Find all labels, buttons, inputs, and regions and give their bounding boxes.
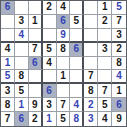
cell-r3c6[interactable] [70,29,84,43]
cell-r5c3[interactable]: 6 [29,57,43,71]
cell-r5c7[interactable] [84,57,98,71]
cell-r4c2[interactable] [15,43,29,57]
cell-r5c1[interactable]: 1 [1,57,15,71]
cell-r7c1[interactable]: 3 [1,84,15,98]
cell-r6c4[interactable] [43,70,57,84]
cell-r4c8[interactable]: 3 [98,43,112,57]
cell-r5c5[interactable] [57,57,71,71]
cell-r7c6[interactable] [70,84,84,98]
cell-r4c6[interactable]: 6 [70,43,84,57]
cell-r8c5[interactable]: 7 [57,98,71,112]
cell-r4c3[interactable]: 7 [29,43,43,57]
cell-r2c6[interactable]: 5 [70,15,84,29]
cell-r4c4[interactable]: 5 [43,43,57,57]
cell-r2c4[interactable] [43,15,57,29]
cell-r2c5[interactable]: 6 [57,15,71,29]
cell-r1c2[interactable] [15,1,29,15]
cell-r7c9[interactable]: 1 [112,84,126,98]
cell-r4c9[interactable]: 2 [112,43,126,57]
cell-r6c3[interactable] [29,70,43,84]
sudoku-board: 6241531652749347586321648581743568718193… [0,0,127,127]
cell-r1c4[interactable]: 2 [43,1,57,15]
cell-r8c6[interactable]: 4 [70,98,84,112]
cell-r2c8[interactable]: 2 [98,15,112,29]
cell-r2c9[interactable]: 7 [112,15,126,29]
cell-r9c9[interactable]: 9 [112,112,126,126]
cell-r3c1[interactable] [1,29,15,43]
cell-r6c1[interactable]: 5 [1,70,15,84]
cell-r6c2[interactable]: 8 [15,70,29,84]
cell-r4c1[interactable]: 4 [1,43,15,57]
cell-r8c9[interactable]: 6 [112,98,126,112]
cell-r7c7[interactable]: 8 [84,84,98,98]
cell-r2c1[interactable] [1,15,15,29]
cell-r5c4[interactable]: 4 [43,57,57,71]
cell-r8c2[interactable]: 1 [15,98,29,112]
cell-r1c7[interactable] [84,1,98,15]
cell-r7c2[interactable]: 5 [15,84,29,98]
cell-r2c7[interactable] [84,15,98,29]
cell-r1c1[interactable]: 6 [1,1,15,15]
cell-r3c9[interactable]: 3 [112,29,126,43]
cell-r7c3[interactable] [29,84,43,98]
cell-r9c8[interactable]: 4 [98,112,112,126]
cell-r3c7[interactable] [84,29,98,43]
cell-r1c6[interactable] [70,1,84,15]
cell-r3c8[interactable] [98,29,112,43]
cell-r5c6[interactable] [70,57,84,71]
cell-r6c7[interactable]: 7 [84,70,98,84]
cell-r5c9[interactable]: 8 [112,57,126,71]
cell-r9c6[interactable]: 8 [70,112,84,126]
cell-r9c5[interactable]: 5 [57,112,71,126]
cell-r4c7[interactable] [84,43,98,57]
cell-r1c5[interactable]: 4 [57,1,71,15]
cell-r9c2[interactable]: 6 [15,112,29,126]
cell-r1c9[interactable]: 5 [112,1,126,15]
cell-r5c8[interactable] [98,57,112,71]
cell-r6c5[interactable]: 1 [57,70,71,84]
cell-r4c5[interactable]: 8 [57,43,71,57]
cell-r9c7[interactable]: 3 [84,112,98,126]
cell-r2c3[interactable]: 1 [29,15,43,29]
cell-r6c6[interactable] [70,70,84,84]
cell-r9c3[interactable]: 2 [29,112,43,126]
cell-r1c3[interactable] [29,1,43,15]
cell-r8c1[interactable]: 8 [1,98,15,112]
cell-r3c5[interactable]: 9 [57,29,71,43]
cell-r6c9[interactable]: 4 [112,70,126,84]
cell-r9c1[interactable]: 7 [1,112,15,126]
cell-r8c4[interactable]: 3 [43,98,57,112]
cell-r3c3[interactable] [29,29,43,43]
cell-r6c8[interactable] [98,70,112,84]
cell-r9c4[interactable]: 1 [43,112,57,126]
cell-r2c2[interactable]: 3 [15,15,29,29]
cell-r3c2[interactable]: 4 [15,29,29,43]
cell-r7c8[interactable]: 7 [98,84,112,98]
cell-r8c7[interactable]: 2 [84,98,98,112]
cell-r5c2[interactable] [15,57,29,71]
cell-r8c8[interactable]: 5 [98,98,112,112]
cell-r7c5[interactable] [57,84,71,98]
cell-r3c4[interactable] [43,29,57,43]
cell-r7c4[interactable]: 6 [43,84,57,98]
cell-r1c8[interactable]: 1 [98,1,112,15]
cell-r8c3[interactable]: 9 [29,98,43,112]
